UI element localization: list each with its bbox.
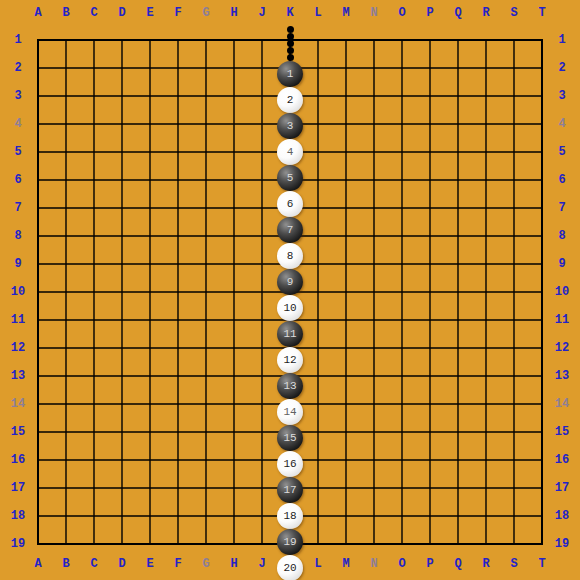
move-number: 5 [287, 173, 294, 184]
stone-white-10-Q12: 10 [24, 295, 556, 321]
go-board-intersections[interactable]: 1234567891011121314151617181920212223242… [24, 26, 556, 558]
white-stone: 18 [277, 503, 303, 529]
stone-black-13-R14: 13 [24, 373, 556, 399]
move-number: 17 [283, 485, 296, 496]
star-point-K4 [24, 26, 556, 33]
stone-white-18-L16: 18 [24, 503, 556, 529]
white-stone: 10 [277, 295, 303, 321]
hoshi-dot [287, 33, 294, 40]
move-number: 1 [287, 69, 294, 80]
move-number: 6 [287, 199, 294, 210]
move-number: 4 [287, 147, 294, 158]
black-stone: 7 [277, 217, 303, 243]
hoshi-dot [287, 40, 294, 47]
hoshi-dot [287, 47, 294, 54]
stone-black-19-O16: 19 [24, 529, 556, 555]
white-stone: 2 [277, 87, 303, 113]
move-number: 7 [287, 225, 294, 236]
go-kifu-diagram: ABCDEFGHJKLMNOPQRST ABCDEFGHJKLMNOPQRST … [0, 0, 580, 580]
move-number: 10 [283, 303, 296, 314]
stone-black-1-Q4: 1 [24, 61, 556, 87]
stone-black-17-R8: 17 [24, 477, 556, 503]
stone-white-20-F16: 20 [24, 555, 556, 580]
white-stone: 4 [277, 139, 303, 165]
white-stone: 16 [277, 451, 303, 477]
white-stone: 14 [277, 399, 303, 425]
stone-white-8-R11: 8 [24, 243, 556, 269]
black-stone: 19 [277, 529, 303, 555]
move-number: 2 [287, 95, 294, 106]
move-number: 8 [287, 251, 294, 262]
stone-white-16-Q11: 16 [24, 451, 556, 477]
black-stone: 9 [277, 269, 303, 295]
move-number: 18 [283, 511, 296, 522]
black-stone: 15 [277, 425, 303, 451]
stone-white-14-Q14: 14 [24, 399, 556, 425]
move-number: 11 [283, 329, 296, 340]
move-number: 16 [283, 459, 296, 470]
white-stone: 8 [277, 243, 303, 269]
black-stone: 1 [277, 61, 303, 87]
hoshi-dot [287, 26, 294, 33]
move-number: 14 [283, 407, 296, 418]
stone-white-2-D4: 2 [24, 87, 556, 113]
star-point-K16 [24, 47, 556, 54]
white-stone: 12 [277, 347, 303, 373]
black-stone: 13 [277, 373, 303, 399]
move-number: 13 [283, 381, 296, 392]
stone-black-15-R15: 15 [24, 425, 556, 451]
star-point-K10 [24, 33, 556, 40]
white-stone: 20 [277, 555, 303, 580]
stone-white-6-C6: 6 [24, 191, 556, 217]
stone-white-4-D16: 4 [24, 139, 556, 165]
star-point-Q10 [24, 40, 556, 47]
stone-black-3-Q17: 3 [24, 113, 556, 139]
star-point-Q16 [24, 54, 556, 61]
stone-black-5-F3: 5 [24, 165, 556, 191]
stone-black-9-R12: 9 [24, 269, 556, 295]
move-number: 9 [287, 277, 294, 288]
move-number: 19 [283, 537, 296, 548]
hoshi-dot [287, 54, 294, 61]
move-number: 15 [283, 433, 296, 444]
black-stone: 17 [277, 477, 303, 503]
stone-black-7-O3: 7 [24, 217, 556, 243]
black-stone: 3 [277, 113, 303, 139]
stone-white-12-Q13: 12 [24, 347, 556, 373]
move-number: 3 [287, 121, 294, 132]
black-stone: 5 [277, 165, 303, 191]
move-number: 20 [283, 563, 296, 574]
stone-black-11-R13: 11 [24, 321, 556, 347]
white-stone: 6 [277, 191, 303, 217]
black-stone: 11 [277, 321, 303, 347]
move-number: 12 [283, 355, 296, 366]
